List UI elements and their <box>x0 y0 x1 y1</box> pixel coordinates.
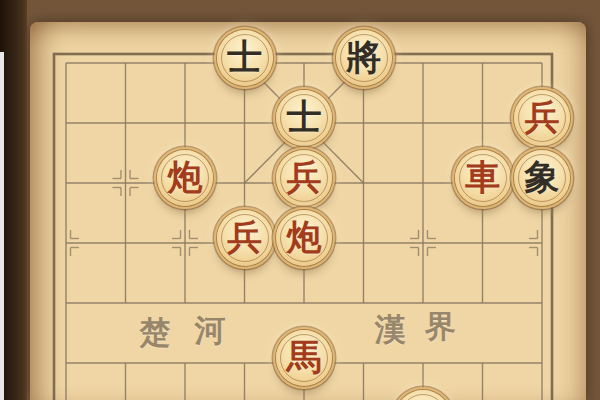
piece-glyph: 士 <box>287 90 322 146</box>
river-label-char: 河 <box>193 313 227 349</box>
piece-black-advisor[interactable]: 士 <box>276 90 332 146</box>
piece-red-chariot[interactable]: 車 <box>455 150 511 206</box>
piece-glyph: 炮 <box>287 210 322 266</box>
piece-black-elephant[interactable]: 象 <box>514 150 570 206</box>
piece-glyph: 士 <box>227 30 262 86</box>
piece-red-soldier[interactable]: 兵 <box>217 210 273 266</box>
river-label-char: 漢 <box>373 312 407 348</box>
piece-glyph: 炮 <box>168 150 203 206</box>
xiangqi-app-screen: 楚河漢界 士將士兵炮兵車象兵炮馬 <box>0 0 600 400</box>
piece-glyph: 馬 <box>287 330 322 386</box>
piece-red-cannon[interactable]: 炮 <box>276 210 332 266</box>
piece-black-advisor[interactable]: 士 <box>217 30 273 86</box>
piece-glyph: 將 <box>346 30 381 86</box>
piece-red-cannon[interactable]: 炮 <box>157 150 213 206</box>
river-label-char: 界 <box>423 309 457 345</box>
piece-black-general[interactable]: 將 <box>336 30 392 86</box>
piece-glyph: 兵 <box>227 210 262 266</box>
river-label-char: 楚 <box>138 315 172 351</box>
piece-glyph: 兵 <box>287 150 322 206</box>
piece-glyph: 兵 <box>525 90 560 146</box>
piece-red-horse[interactable]: 馬 <box>276 330 332 386</box>
piece-red-soldier[interactable]: 兵 <box>514 90 570 146</box>
piece-glyph: 車 <box>465 150 500 206</box>
piece-red-soldier[interactable]: 兵 <box>276 150 332 206</box>
piece-glyph: 象 <box>525 150 560 206</box>
